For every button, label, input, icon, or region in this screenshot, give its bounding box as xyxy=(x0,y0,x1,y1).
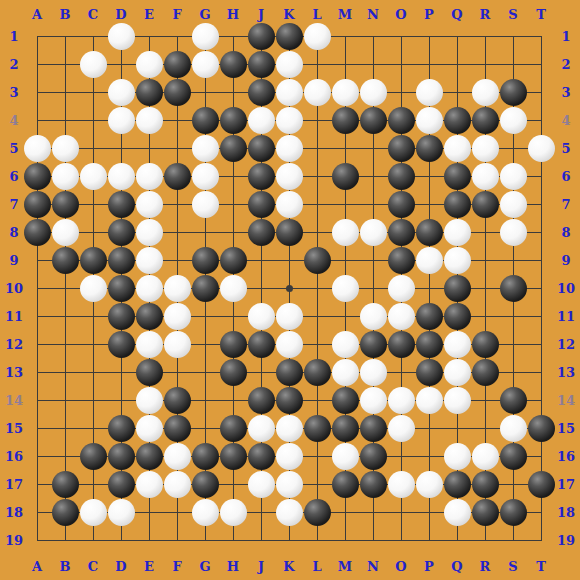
row-label-right-11: 11 xyxy=(557,309,575,324)
stone-white-C6[interactable] xyxy=(80,163,107,190)
row-label-left-1: 1 xyxy=(9,29,18,44)
stone-black-D7[interactable] xyxy=(108,191,135,218)
stone-white-F10[interactable] xyxy=(164,275,191,302)
row-label-left-13: 13 xyxy=(5,365,23,380)
stone-black-K14[interactable] xyxy=(276,387,303,414)
col-label-bottom-H: H xyxy=(227,559,239,574)
row-label-left-9: 9 xyxy=(9,253,18,268)
stone-black-D15[interactable] xyxy=(108,415,135,442)
stone-black-O4[interactable] xyxy=(388,107,415,134)
row-label-right-7: 7 xyxy=(561,197,570,212)
stone-white-D6[interactable] xyxy=(108,163,135,190)
stone-black-G10[interactable] xyxy=(192,275,219,302)
col-label-top-F: F xyxy=(172,7,181,22)
row-label-right-9: 9 xyxy=(561,253,570,268)
stone-white-K18[interactable] xyxy=(276,499,303,526)
stone-white-E6[interactable] xyxy=(136,163,163,190)
stone-white-P14[interactable] xyxy=(416,387,443,414)
stone-white-Q13[interactable] xyxy=(444,359,471,386)
col-label-top-C: C xyxy=(88,7,98,22)
row-label-right-15: 15 xyxy=(557,421,575,436)
stone-black-E13[interactable] xyxy=(136,359,163,386)
stone-white-Q16[interactable] xyxy=(444,443,471,470)
row-label-right-8: 8 xyxy=(561,225,570,240)
stone-white-J15[interactable] xyxy=(248,415,275,442)
stone-black-D10[interactable] xyxy=(108,275,135,302)
stone-white-G5[interactable] xyxy=(192,135,219,162)
stone-black-J16[interactable] xyxy=(248,443,275,470)
stone-black-L9[interactable] xyxy=(304,247,331,274)
stone-white-N11[interactable] xyxy=(360,303,387,330)
stone-black-Q6[interactable] xyxy=(444,163,471,190)
stone-white-A5[interactable] xyxy=(24,135,51,162)
stone-black-G9[interactable] xyxy=(192,247,219,274)
col-label-bottom-R: R xyxy=(480,559,491,574)
stone-black-D8[interactable] xyxy=(108,219,135,246)
stone-black-J5[interactable] xyxy=(248,135,275,162)
stone-white-O17[interactable] xyxy=(388,471,415,498)
stone-white-J11[interactable] xyxy=(248,303,275,330)
stone-black-L15[interactable] xyxy=(304,415,331,442)
stone-white-G18[interactable] xyxy=(192,499,219,526)
stone-black-P12[interactable] xyxy=(416,331,443,358)
stone-black-M6[interactable] xyxy=(332,163,359,190)
row-label-left-3: 3 xyxy=(9,85,18,100)
stone-white-R5[interactable] xyxy=(472,135,499,162)
stone-white-K17[interactable] xyxy=(276,471,303,498)
stone-black-S3[interactable] xyxy=(500,79,527,106)
stone-white-L1[interactable] xyxy=(304,23,331,50)
col-label-top-Q: Q xyxy=(451,7,462,22)
stone-white-O14[interactable] xyxy=(388,387,415,414)
stone-black-G4[interactable] xyxy=(192,107,219,134)
stone-white-E10[interactable] xyxy=(136,275,163,302)
col-label-bottom-N: N xyxy=(367,559,379,574)
row-label-left-7: 7 xyxy=(9,197,18,212)
col-label-bottom-D: D xyxy=(115,559,126,574)
stone-white-S8[interactable] xyxy=(500,219,527,246)
stone-black-M4[interactable] xyxy=(332,107,359,134)
stone-black-Q10[interactable] xyxy=(444,275,471,302)
stone-black-H16[interactable] xyxy=(220,443,247,470)
stone-black-S14[interactable] xyxy=(500,387,527,414)
col-label-bottom-B: B xyxy=(60,559,71,574)
stone-black-A8[interactable] xyxy=(24,219,51,246)
row-label-right-16: 16 xyxy=(557,449,575,464)
stone-white-G1[interactable] xyxy=(192,23,219,50)
stone-white-E2[interactable] xyxy=(136,51,163,78)
stone-black-H4[interactable] xyxy=(220,107,247,134)
stone-white-S4[interactable] xyxy=(500,107,527,134)
stone-white-H18[interactable] xyxy=(220,499,247,526)
stone-white-Q5[interactable] xyxy=(444,135,471,162)
stone-black-R12[interactable] xyxy=(472,331,499,358)
col-label-top-B: B xyxy=(60,7,71,22)
stone-black-N4[interactable] xyxy=(360,107,387,134)
stone-black-R7[interactable] xyxy=(472,191,499,218)
stone-black-D16[interactable] xyxy=(108,443,135,470)
stone-white-E14[interactable] xyxy=(136,387,163,414)
stone-white-O11[interactable] xyxy=(388,303,415,330)
stone-white-D3[interactable] xyxy=(108,79,135,106)
stone-black-F6[interactable] xyxy=(164,163,191,190)
stone-black-J12[interactable] xyxy=(248,331,275,358)
row-label-right-6: 6 xyxy=(561,169,570,184)
stone-white-P4[interactable] xyxy=(416,107,443,134)
stone-white-B8[interactable] xyxy=(52,219,79,246)
stone-black-F3[interactable] xyxy=(164,79,191,106)
col-label-bottom-A: A xyxy=(32,559,42,574)
stone-white-C2[interactable] xyxy=(80,51,107,78)
stone-black-O5[interactable] xyxy=(388,135,415,162)
row-label-right-19: 19 xyxy=(557,533,575,548)
col-label-top-J: J xyxy=(258,7,264,22)
stone-black-H12[interactable] xyxy=(220,331,247,358)
col-label-top-R: R xyxy=(480,7,491,22)
row-label-right-17: 17 xyxy=(557,477,575,492)
col-label-top-M: M xyxy=(338,7,352,22)
stone-white-M12[interactable] xyxy=(332,331,359,358)
stone-black-A6[interactable] xyxy=(24,163,51,190)
stone-white-Q12[interactable] xyxy=(444,331,471,358)
col-label-bottom-C: C xyxy=(88,559,98,574)
row-label-right-13: 13 xyxy=(557,365,575,380)
stone-white-K4[interactable] xyxy=(276,107,303,134)
stone-white-E9[interactable] xyxy=(136,247,163,274)
stone-white-K16[interactable] xyxy=(276,443,303,470)
stone-white-N3[interactable] xyxy=(360,79,387,106)
stone-black-L18[interactable] xyxy=(304,499,331,526)
stone-black-S10[interactable] xyxy=(500,275,527,302)
col-label-bottom-G: G xyxy=(199,559,210,574)
stone-black-E16[interactable] xyxy=(136,443,163,470)
col-label-top-H: H xyxy=(227,7,239,22)
stone-white-E17[interactable] xyxy=(136,471,163,498)
stone-white-C10[interactable] xyxy=(80,275,107,302)
row-label-right-12: 12 xyxy=(557,337,575,352)
stone-black-C16[interactable] xyxy=(80,443,107,470)
row-label-left-15: 15 xyxy=(5,421,23,436)
stone-white-M10[interactable] xyxy=(332,275,359,302)
stone-white-S6[interactable] xyxy=(500,163,527,190)
stone-black-R18[interactable] xyxy=(472,499,499,526)
stone-black-G17[interactable] xyxy=(192,471,219,498)
col-label-top-L: L xyxy=(312,7,321,22)
row-label-right-2: 2 xyxy=(561,57,570,72)
row-label-left-2: 2 xyxy=(9,57,18,72)
stone-white-E4[interactable] xyxy=(136,107,163,134)
stone-black-M15[interactable] xyxy=(332,415,359,442)
stone-black-Q17[interactable] xyxy=(444,471,471,498)
stone-white-F17[interactable] xyxy=(164,471,191,498)
stone-white-D18[interactable] xyxy=(108,499,135,526)
stone-black-F15[interactable] xyxy=(164,415,191,442)
col-label-bottom-T: T xyxy=(536,559,546,574)
stone-white-Q18[interactable] xyxy=(444,499,471,526)
stone-black-J8[interactable] xyxy=(248,219,275,246)
stone-black-J7[interactable] xyxy=(248,191,275,218)
stone-white-E12[interactable] xyxy=(136,331,163,358)
row-label-right-3: 3 xyxy=(561,85,570,100)
stone-black-L13[interactable] xyxy=(304,359,331,386)
stone-black-R13[interactable] xyxy=(472,359,499,386)
stone-black-C9[interactable] xyxy=(80,247,107,274)
col-label-bottom-P: P xyxy=(424,559,434,574)
row-label-right-14: 14 xyxy=(557,393,575,408)
stone-black-D9[interactable] xyxy=(108,247,135,274)
col-label-bottom-M: M xyxy=(338,559,352,574)
stone-white-B5[interactable] xyxy=(52,135,79,162)
col-label-bottom-S: S xyxy=(508,559,517,574)
stone-white-Q9[interactable] xyxy=(444,247,471,274)
col-label-bottom-K: K xyxy=(283,559,294,574)
col-label-bottom-F: F xyxy=(172,559,181,574)
row-label-left-17: 17 xyxy=(5,477,23,492)
stone-black-N17[interactable] xyxy=(360,471,387,498)
go-board[interactable]: AABBCCDDEEFFGGHHJJKKLLMMNNOOPPQQRRSSTT11… xyxy=(0,0,580,580)
stone-white-J17[interactable] xyxy=(248,471,275,498)
stone-black-R4[interactable] xyxy=(472,107,499,134)
stone-black-O6[interactable] xyxy=(388,163,415,190)
col-label-bottom-O: O xyxy=(395,559,406,574)
stone-black-N16[interactable] xyxy=(360,443,387,470)
stone-white-E7[interactable] xyxy=(136,191,163,218)
stone-black-Q11[interactable] xyxy=(444,303,471,330)
stone-white-P3[interactable] xyxy=(416,79,443,106)
stone-black-M17[interactable] xyxy=(332,471,359,498)
stone-white-L3[interactable] xyxy=(304,79,331,106)
stone-white-Q8[interactable] xyxy=(444,219,471,246)
stone-white-K5[interactable] xyxy=(276,135,303,162)
stone-black-J1[interactable] xyxy=(248,23,275,50)
row-label-left-10: 10 xyxy=(5,281,23,296)
stone-white-O15[interactable] xyxy=(388,415,415,442)
row-label-right-5: 5 xyxy=(561,141,570,156)
stone-black-D17[interactable] xyxy=(108,471,135,498)
stone-black-E11[interactable] xyxy=(136,303,163,330)
stone-white-T5[interactable] xyxy=(528,135,555,162)
stone-white-J4[interactable] xyxy=(248,107,275,134)
stone-white-Q14[interactable] xyxy=(444,387,471,414)
stone-black-J14[interactable] xyxy=(248,387,275,414)
row-label-left-11: 11 xyxy=(5,309,23,324)
stone-white-C18[interactable] xyxy=(80,499,107,526)
row-label-right-10: 10 xyxy=(557,281,575,296)
stone-black-M14[interactable] xyxy=(332,387,359,414)
row-label-left-19: 19 xyxy=(5,533,23,548)
stone-white-R3[interactable] xyxy=(472,79,499,106)
col-label-top-G: G xyxy=(199,7,210,22)
row-label-left-12: 12 xyxy=(5,337,23,352)
stone-white-P17[interactable] xyxy=(416,471,443,498)
stone-black-N15[interactable] xyxy=(360,415,387,442)
stone-black-A7[interactable] xyxy=(24,191,51,218)
stone-black-J3[interactable] xyxy=(248,79,275,106)
stone-black-T17[interactable] xyxy=(528,471,555,498)
stone-black-S18[interactable] xyxy=(500,499,527,526)
stone-black-P8[interactable] xyxy=(416,219,443,246)
stone-black-H13[interactable] xyxy=(220,359,247,386)
stone-white-O10[interactable] xyxy=(388,275,415,302)
stone-black-P11[interactable] xyxy=(416,303,443,330)
stone-black-K13[interactable] xyxy=(276,359,303,386)
stone-white-S15[interactable] xyxy=(500,415,527,442)
stone-white-K3[interactable] xyxy=(276,79,303,106)
col-label-top-A: A xyxy=(32,7,42,22)
star-point-K10 xyxy=(286,285,293,292)
stone-black-R17[interactable] xyxy=(472,471,499,498)
stone-black-B7[interactable] xyxy=(52,191,79,218)
stone-black-H2[interactable] xyxy=(220,51,247,78)
stone-white-R6[interactable] xyxy=(472,163,499,190)
stone-black-K8[interactable] xyxy=(276,219,303,246)
col-label-bottom-L: L xyxy=(312,559,321,574)
stone-black-P13[interactable] xyxy=(416,359,443,386)
stone-black-J2[interactable] xyxy=(248,51,275,78)
stone-white-K15[interactable] xyxy=(276,415,303,442)
stone-white-H10[interactable] xyxy=(220,275,247,302)
stone-black-O9[interactable] xyxy=(388,247,415,274)
stone-black-P5[interactable] xyxy=(416,135,443,162)
stone-white-F12[interactable] xyxy=(164,331,191,358)
stone-white-K6[interactable] xyxy=(276,163,303,190)
row-label-left-5: 5 xyxy=(9,141,18,156)
stone-black-O12[interactable] xyxy=(388,331,415,358)
col-label-top-T: T xyxy=(536,7,546,22)
col-label-top-O: O xyxy=(395,7,406,22)
col-label-top-N: N xyxy=(367,7,379,22)
stone-black-N12[interactable] xyxy=(360,331,387,358)
row-label-right-4: 4 xyxy=(561,113,570,128)
stone-black-H15[interactable] xyxy=(220,415,247,442)
stone-white-M16[interactable] xyxy=(332,443,359,470)
stone-white-M8[interactable] xyxy=(332,219,359,246)
col-label-top-E: E xyxy=(144,7,154,22)
stone-black-H5[interactable] xyxy=(220,135,247,162)
stone-black-B9[interactable] xyxy=(52,247,79,274)
col-label-top-K: K xyxy=(283,7,294,22)
col-label-top-P: P xyxy=(424,7,434,22)
stone-black-B17[interactable] xyxy=(52,471,79,498)
col-label-top-S: S xyxy=(508,7,517,22)
stone-black-B18[interactable] xyxy=(52,499,79,526)
row-label-left-16: 16 xyxy=(5,449,23,464)
stone-black-K1[interactable] xyxy=(276,23,303,50)
col-label-top-D: D xyxy=(115,7,126,22)
stone-white-G7[interactable] xyxy=(192,191,219,218)
col-label-bottom-E: E xyxy=(144,559,154,574)
stone-black-F14[interactable] xyxy=(164,387,191,414)
stone-white-M3[interactable] xyxy=(332,79,359,106)
stone-white-D4[interactable] xyxy=(108,107,135,134)
stone-white-G2[interactable] xyxy=(192,51,219,78)
stone-white-N13[interactable] xyxy=(360,359,387,386)
stone-black-T15[interactable] xyxy=(528,415,555,442)
stone-white-E8[interactable] xyxy=(136,219,163,246)
stone-white-K11[interactable] xyxy=(276,303,303,330)
stone-white-B6[interactable] xyxy=(52,163,79,190)
stone-black-J6[interactable] xyxy=(248,163,275,190)
stone-black-G16[interactable] xyxy=(192,443,219,470)
stone-white-M13[interactable] xyxy=(332,359,359,386)
stone-white-N14[interactable] xyxy=(360,387,387,414)
stone-white-R16[interactable] xyxy=(472,443,499,470)
stone-white-S7[interactable] xyxy=(500,191,527,218)
stone-white-D1[interactable] xyxy=(108,23,135,50)
stone-white-K2[interactable] xyxy=(276,51,303,78)
stone-black-D11[interactable] xyxy=(108,303,135,330)
stone-black-O7[interactable] xyxy=(388,191,415,218)
row-label-left-14: 14 xyxy=(5,393,23,408)
stone-white-F16[interactable] xyxy=(164,443,191,470)
stone-white-P9[interactable] xyxy=(416,247,443,274)
stone-black-H9[interactable] xyxy=(220,247,247,274)
stone-black-E3[interactable] xyxy=(136,79,163,106)
stone-white-K7[interactable] xyxy=(276,191,303,218)
col-label-bottom-J: J xyxy=(258,559,264,574)
row-label-left-18: 18 xyxy=(5,505,23,520)
stone-white-N8[interactable] xyxy=(360,219,387,246)
stone-white-G6[interactable] xyxy=(192,163,219,190)
stone-black-Q7[interactable] xyxy=(444,191,471,218)
stone-white-E15[interactable] xyxy=(136,415,163,442)
stone-black-D12[interactable] xyxy=(108,331,135,358)
row-label-left-6: 6 xyxy=(9,169,18,184)
stone-black-O8[interactable] xyxy=(388,219,415,246)
stone-black-S16[interactable] xyxy=(500,443,527,470)
stone-black-Q4[interactable] xyxy=(444,107,471,134)
row-label-right-1: 1 xyxy=(561,29,570,44)
stone-white-K12[interactable] xyxy=(276,331,303,358)
stone-black-F2[interactable] xyxy=(164,51,191,78)
stone-white-F11[interactable] xyxy=(164,303,191,330)
row-label-left-8: 8 xyxy=(9,225,18,240)
row-label-right-18: 18 xyxy=(557,505,575,520)
col-label-bottom-Q: Q xyxy=(451,559,462,574)
row-label-left-4: 4 xyxy=(9,113,18,128)
